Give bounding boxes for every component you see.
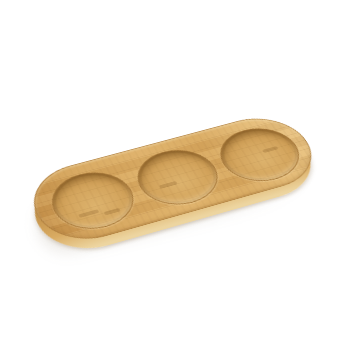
bamboo-node-mark bbox=[262, 146, 278, 153]
bamboo-node-mark bbox=[78, 209, 99, 218]
tray-top-surface bbox=[20, 109, 329, 251]
bamboo-node-mark bbox=[104, 208, 121, 216]
photo-stage bbox=[0, 0, 350, 350]
bamboo-node-mark bbox=[159, 181, 178, 189]
product-photo-canvas bbox=[0, 0, 350, 350]
bamboo-tray bbox=[20, 109, 329, 251]
tray-recess-middle bbox=[126, 142, 230, 213]
tray-recess-right bbox=[208, 121, 312, 189]
tray-recess-left bbox=[41, 164, 145, 237]
